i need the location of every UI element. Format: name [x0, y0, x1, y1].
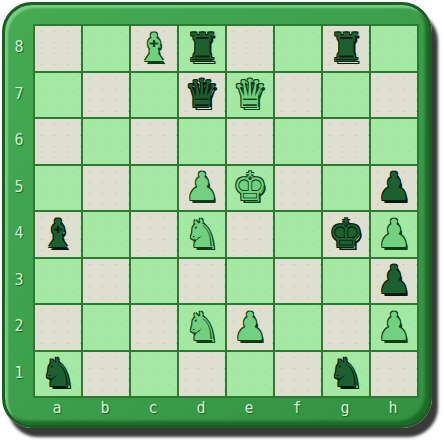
- piece-white-pawn[interactable]: ♟: [233, 307, 268, 346]
- file-labels: abcdefgh: [33, 399, 417, 417]
- square-d1[interactable]: [179, 352, 225, 397]
- piece-white-knight[interactable]: ♞: [185, 307, 220, 346]
- square-a2[interactable]: [35, 305, 81, 350]
- file-label-b: b: [81, 399, 129, 417]
- piece-white-knight[interactable]: ♞: [185, 214, 220, 253]
- square-h6[interactable]: [371, 119, 417, 164]
- square-a3[interactable]: [35, 259, 81, 304]
- square-g3[interactable]: [323, 259, 369, 304]
- square-f2[interactable]: [275, 305, 321, 350]
- square-h5[interactable]: ♟: [371, 166, 417, 211]
- square-f3[interactable]: [275, 259, 321, 304]
- square-c4[interactable]: [131, 212, 177, 257]
- square-g8[interactable]: ♜: [323, 26, 369, 71]
- square-h3[interactable]: ♟: [371, 259, 417, 304]
- piece-black-knight[interactable]: ♞: [329, 353, 364, 392]
- file-label-d: d: [177, 399, 225, 417]
- square-a8[interactable]: [35, 26, 81, 71]
- square-b8[interactable]: [83, 26, 129, 71]
- square-g5[interactable]: [323, 166, 369, 211]
- square-b3[interactable]: [83, 259, 129, 304]
- file-label-f: f: [273, 399, 321, 417]
- square-c2[interactable]: [131, 305, 177, 350]
- square-b5[interactable]: [83, 166, 129, 211]
- rank-label-3: 3: [8, 257, 30, 304]
- square-f1[interactable]: [275, 352, 321, 397]
- square-d2[interactable]: ♞: [179, 305, 225, 350]
- square-h7[interactable]: [371, 73, 417, 118]
- square-g4[interactable]: ♚: [323, 212, 369, 257]
- square-c7[interactable]: [131, 73, 177, 118]
- file-label-h: h: [369, 399, 417, 417]
- rank-label-4: 4: [8, 210, 30, 257]
- file-label-g: g: [321, 399, 369, 417]
- rank-labels: 87654321: [8, 24, 30, 396]
- piece-black-knight[interactable]: ♞: [41, 353, 76, 392]
- square-e7[interactable]: ♛: [227, 73, 273, 118]
- square-h8[interactable]: [371, 26, 417, 71]
- square-e5[interactable]: ♚: [227, 166, 273, 211]
- file-label-c: c: [129, 399, 177, 417]
- file-label-a: a: [33, 399, 81, 417]
- piece-black-king[interactable]: ♚: [329, 214, 364, 253]
- square-e4[interactable]: [227, 212, 273, 257]
- square-e2[interactable]: ♟: [227, 305, 273, 350]
- square-c6[interactable]: [131, 119, 177, 164]
- square-h1[interactable]: [371, 352, 417, 397]
- piece-white-pawn[interactable]: ♟: [377, 214, 412, 253]
- square-b1[interactable]: [83, 352, 129, 397]
- square-g1[interactable]: ♞: [323, 352, 369, 397]
- square-a5[interactable]: [35, 166, 81, 211]
- square-a7[interactable]: [35, 73, 81, 118]
- square-h4[interactable]: ♟: [371, 212, 417, 257]
- square-e8[interactable]: [227, 26, 273, 71]
- square-c3[interactable]: [131, 259, 177, 304]
- square-d6[interactable]: [179, 119, 225, 164]
- square-a6[interactable]: [35, 119, 81, 164]
- square-a1[interactable]: ♞: [35, 352, 81, 397]
- square-f7[interactable]: [275, 73, 321, 118]
- piece-black-rook[interactable]: ♜: [329, 28, 364, 67]
- square-c5[interactable]: [131, 166, 177, 211]
- square-e3[interactable]: [227, 259, 273, 304]
- square-c1[interactable]: [131, 352, 177, 397]
- square-a4[interactable]: ♝: [35, 212, 81, 257]
- square-g6[interactable]: [323, 119, 369, 164]
- piece-white-pawn[interactable]: ♟: [377, 307, 412, 346]
- rank-label-5: 5: [8, 164, 30, 211]
- square-b7[interactable]: [83, 73, 129, 118]
- rank-label-6: 6: [8, 117, 30, 164]
- square-d8[interactable]: ♜: [179, 26, 225, 71]
- square-g7[interactable]: [323, 73, 369, 118]
- piece-white-king[interactable]: ♚: [233, 167, 268, 206]
- square-h2[interactable]: ♟: [371, 305, 417, 350]
- piece-white-pawn[interactable]: ♟: [185, 167, 220, 206]
- piece-white-bishop[interactable]: ♝: [137, 28, 172, 67]
- chess-app-window: 87654321 ♝♜♜♛♛♟♚♟♝♞♚♟♟♞♟♟♞♞ abcdefgh: [0, 0, 444, 442]
- square-d4[interactable]: ♞: [179, 212, 225, 257]
- chess-board: ♝♜♜♛♛♟♚♟♝♞♚♟♟♞♟♟♞♞: [33, 24, 419, 398]
- square-b2[interactable]: [83, 305, 129, 350]
- square-e6[interactable]: [227, 119, 273, 164]
- rank-label-8: 8: [8, 24, 30, 71]
- square-f4[interactable]: [275, 212, 321, 257]
- square-b6[interactable]: [83, 119, 129, 164]
- square-e1[interactable]: [227, 352, 273, 397]
- piece-black-bishop[interactable]: ♝: [41, 214, 76, 253]
- piece-white-queen[interactable]: ♛: [233, 74, 268, 113]
- square-b4[interactable]: [83, 212, 129, 257]
- square-d3[interactable]: [179, 259, 225, 304]
- square-d5[interactable]: ♟: [179, 166, 225, 211]
- rank-label-7: 7: [8, 71, 30, 118]
- square-f5[interactable]: [275, 166, 321, 211]
- file-label-e: e: [225, 399, 273, 417]
- piece-black-pawn[interactable]: ♟: [377, 260, 412, 299]
- rank-label-2: 2: [8, 303, 30, 350]
- piece-black-rook[interactable]: ♜: [185, 28, 220, 67]
- square-c8[interactable]: ♝: [131, 26, 177, 71]
- square-f8[interactable]: [275, 26, 321, 71]
- piece-black-pawn[interactable]: ♟: [377, 167, 412, 206]
- rank-label-1: 1: [8, 350, 30, 397]
- square-d7[interactable]: ♛: [179, 73, 225, 118]
- square-g2[interactable]: [323, 305, 369, 350]
- piece-black-queen[interactable]: ♛: [185, 74, 220, 113]
- square-f6[interactable]: [275, 119, 321, 164]
